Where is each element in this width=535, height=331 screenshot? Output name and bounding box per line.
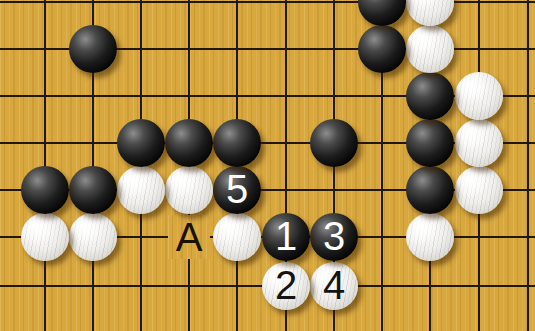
stone-white[interactable] (165, 166, 213, 214)
stone-black[interactable] (406, 166, 454, 214)
stone-black-move-1[interactable]: 1 (262, 213, 310, 261)
point-marker-A[interactable]: A (168, 215, 210, 259)
stone-white[interactable] (117, 166, 165, 214)
stone-black[interactable] (406, 72, 454, 120)
stone-white-move-2[interactable]: 2 (262, 262, 310, 310)
stone-black[interactable] (358, 25, 406, 73)
stone-black[interactable] (69, 25, 117, 73)
stone-black[interactable] (165, 119, 213, 167)
stone-black[interactable] (69, 166, 117, 214)
stone-white[interactable] (455, 166, 503, 214)
stone-black[interactable] (358, 0, 406, 26)
move-number: 2 (275, 265, 297, 305)
move-number: 5 (226, 169, 248, 209)
stone-white[interactable] (213, 213, 261, 261)
stone-white[interactable] (21, 213, 69, 261)
stone-black[interactable] (406, 119, 454, 167)
move-number: 1 (275, 216, 297, 256)
move-number: 4 (323, 265, 345, 305)
stone-black[interactable] (213, 119, 261, 167)
stone-white[interactable] (406, 213, 454, 261)
grid-line-horizontal-0 (0, 1, 535, 3)
stone-white[interactable] (455, 72, 503, 120)
stone-black[interactable] (21, 166, 69, 214)
stone-white[interactable] (69, 213, 117, 261)
stone-white[interactable] (406, 25, 454, 73)
stone-white[interactable] (406, 0, 454, 26)
stone-black-move-5[interactable]: 5 (213, 166, 261, 214)
stone-black-move-3[interactable]: 3 (310, 213, 358, 261)
stone-black[interactable] (117, 119, 165, 167)
move-number: 3 (323, 216, 345, 256)
stone-black[interactable] (310, 119, 358, 167)
marker-label: A (176, 217, 203, 257)
stone-white[interactable] (455, 119, 503, 167)
go-board[interactable]: A42315 (0, 0, 535, 331)
stone-white-move-4[interactable]: 4 (310, 262, 358, 310)
